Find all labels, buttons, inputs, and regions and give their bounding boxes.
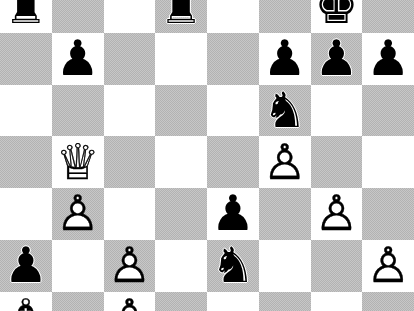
white-pawn-piece: ♟♙ bbox=[104, 292, 156, 311]
black-pawn-piece: ♟ bbox=[207, 188, 259, 240]
square-g4[interactable]: ♟♙ bbox=[311, 188, 363, 240]
square-f4[interactable] bbox=[259, 188, 311, 240]
square-d4[interactable] bbox=[155, 188, 207, 240]
square-b6[interactable] bbox=[52, 85, 104, 137]
square-d5[interactable] bbox=[155, 136, 207, 188]
square-h7[interactable]: ♟ bbox=[362, 33, 414, 85]
square-d8[interactable]: ♜ bbox=[155, 0, 207, 33]
square-a7[interactable] bbox=[0, 33, 52, 85]
white-pawn-piece: ♟♙ bbox=[311, 188, 363, 240]
square-f3[interactable] bbox=[259, 240, 311, 292]
square-d7[interactable] bbox=[155, 33, 207, 85]
white-pawn-piece: ♟♙ bbox=[104, 240, 156, 292]
square-d3[interactable] bbox=[155, 240, 207, 292]
square-g7[interactable]: ♟ bbox=[311, 33, 363, 85]
white-bishop-piece: ♝♗ bbox=[0, 292, 52, 311]
square-f7[interactable]: ♟ bbox=[259, 33, 311, 85]
square-g5[interactable] bbox=[311, 136, 363, 188]
square-e4[interactable]: ♟ bbox=[207, 188, 259, 240]
white-pawn-piece: ♟♙ bbox=[52, 188, 104, 240]
square-e6[interactable] bbox=[207, 85, 259, 137]
square-a4[interactable] bbox=[0, 188, 52, 240]
black-knight-piece: ♞ bbox=[259, 85, 311, 137]
black-pawn-piece: ♟ bbox=[311, 33, 363, 85]
square-a3[interactable]: ♟ bbox=[0, 240, 52, 292]
white-queen-piece: ♛♕ bbox=[52, 136, 104, 188]
square-g3[interactable] bbox=[311, 240, 363, 292]
square-d2[interactable] bbox=[155, 292, 207, 311]
chess-diagram: ♜♜♚♟♟♟♟♞♛♕♟♙♟♙♟♟♙♟♟♙♞♟♙♝♗♟♙ bbox=[0, 0, 414, 311]
square-f6[interactable]: ♞ bbox=[259, 85, 311, 137]
black-pawn-piece: ♟ bbox=[0, 240, 52, 292]
square-e2[interactable] bbox=[207, 292, 259, 311]
square-c4[interactable] bbox=[104, 188, 156, 240]
square-f8[interactable] bbox=[259, 0, 311, 33]
square-g2[interactable] bbox=[311, 292, 363, 311]
square-b4[interactable]: ♟♙ bbox=[52, 188, 104, 240]
square-f2[interactable] bbox=[259, 292, 311, 311]
square-a5[interactable] bbox=[0, 136, 52, 188]
black-pawn-piece: ♟ bbox=[52, 33, 104, 85]
black-pawn-piece: ♟ bbox=[259, 33, 311, 85]
white-pawn-piece: ♟♙ bbox=[362, 240, 414, 292]
square-c8[interactable] bbox=[104, 0, 156, 33]
square-e8[interactable] bbox=[207, 0, 259, 33]
square-b5[interactable]: ♛♕ bbox=[52, 136, 104, 188]
square-g8[interactable]: ♚ bbox=[311, 0, 363, 33]
black-knight-piece: ♞ bbox=[207, 240, 259, 292]
square-c2[interactable]: ♟♙ bbox=[104, 292, 156, 311]
black-king-piece: ♚ bbox=[311, 0, 363, 33]
black-rook-piece: ♜ bbox=[155, 0, 207, 33]
black-rook-piece: ♜ bbox=[0, 0, 52, 33]
square-c3[interactable]: ♟♙ bbox=[104, 240, 156, 292]
square-g6[interactable] bbox=[311, 85, 363, 137]
square-a8[interactable]: ♜ bbox=[0, 0, 52, 33]
square-a2[interactable]: ♝♗ bbox=[0, 292, 52, 311]
square-b3[interactable] bbox=[52, 240, 104, 292]
square-e7[interactable] bbox=[207, 33, 259, 85]
square-h6[interactable] bbox=[362, 85, 414, 137]
chessboard: ♜♜♚♟♟♟♟♞♛♕♟♙♟♙♟♟♙♟♟♙♞♟♙♝♗♟♙ bbox=[0, 0, 414, 311]
square-h4[interactable] bbox=[362, 188, 414, 240]
square-a6[interactable] bbox=[0, 85, 52, 137]
square-e3[interactable]: ♞ bbox=[207, 240, 259, 292]
square-b8[interactable] bbox=[52, 0, 104, 33]
square-e5[interactable] bbox=[207, 136, 259, 188]
square-c6[interactable] bbox=[104, 85, 156, 137]
square-h8[interactable] bbox=[362, 0, 414, 33]
square-h5[interactable] bbox=[362, 136, 414, 188]
square-b2[interactable] bbox=[52, 292, 104, 311]
square-f5[interactable]: ♟♙ bbox=[259, 136, 311, 188]
black-pawn-piece: ♟ bbox=[362, 33, 414, 85]
square-c7[interactable] bbox=[104, 33, 156, 85]
square-h3[interactable]: ♟♙ bbox=[362, 240, 414, 292]
square-c5[interactable] bbox=[104, 136, 156, 188]
square-d6[interactable] bbox=[155, 85, 207, 137]
square-h2[interactable] bbox=[362, 292, 414, 311]
white-pawn-piece: ♟♙ bbox=[259, 136, 311, 188]
square-b7[interactable]: ♟ bbox=[52, 33, 104, 85]
